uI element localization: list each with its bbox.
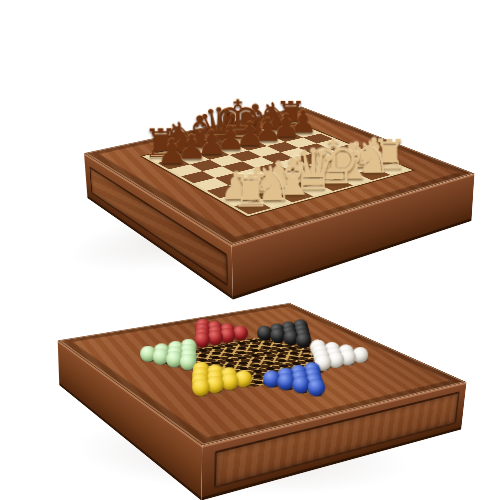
checkers-marble-blue[interactable] xyxy=(307,379,325,397)
chess-square-a6[interactable] xyxy=(169,164,202,176)
chess-piece-light-rook[interactable]: ♜ xyxy=(230,168,271,213)
chess-square-a5[interactable] xyxy=(181,171,215,183)
checkers-hole-r8c3[interactable] xyxy=(237,361,250,365)
product-photo: ♜♞♝♛♚♝♞♜♟♟♟♟♟♟♟♟♟♟♟♟♟♟♟♟♜♞♝♛♚♝♞♜ xyxy=(0,0,500,500)
checkers-hole-r9c5[interactable] xyxy=(263,361,276,365)
chinese-checkers-board xyxy=(58,303,467,445)
checkers-marble-yellow[interactable] xyxy=(191,378,209,396)
checkers-hole-r10c4[interactable] xyxy=(251,369,264,373)
checkers-hole-r9c4[interactable] xyxy=(250,364,263,368)
chinese-checkers-scene xyxy=(102,208,407,500)
